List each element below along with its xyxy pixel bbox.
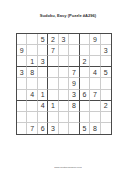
cell-r8c6[interactable] [69, 112, 79, 123]
cell-r6c4[interactable] [48, 90, 58, 101]
cell-r8c2[interactable] [27, 112, 37, 123]
cell-r8c3[interactable] [38, 112, 48, 123]
cell-r9c5[interactable] [59, 123, 69, 134]
cell-r2c2[interactable] [27, 45, 37, 56]
cell-r1c5: 3 [59, 34, 69, 45]
cell-r2c8[interactable] [90, 45, 100, 56]
cell-r7c4: 1 [48, 101, 58, 112]
cell-r6c6: 3 [69, 90, 79, 101]
cell-r8c9[interactable] [101, 112, 111, 123]
cell-r5c1[interactable] [17, 78, 27, 89]
cell-r3c4[interactable] [48, 56, 58, 67]
cell-r9c7: 5 [80, 123, 90, 134]
cell-r2c3[interactable] [38, 45, 48, 56]
sudoku-board: 523997313238745941367418276358 [16, 33, 112, 135]
cell-r6c8: 7 [90, 90, 100, 101]
cell-r1c3: 5 [38, 34, 48, 45]
cell-r5c6: 9 [69, 78, 79, 89]
cell-r3c5[interactable] [59, 56, 69, 67]
cell-r7c8[interactable] [90, 101, 100, 112]
cell-r8c7[interactable] [80, 112, 90, 123]
cell-r2c6[interactable] [69, 45, 79, 56]
cell-r6c2: 4 [27, 90, 37, 101]
cell-r8c1[interactable] [17, 112, 27, 123]
cell-r9c9[interactable] [101, 123, 111, 134]
page-title: Sudoku, Easy (Puzzle #A296) [22, 14, 114, 18]
cell-r8c8[interactable] [90, 112, 100, 123]
cell-r7c6: 8 [69, 101, 79, 112]
cell-r7c5[interactable] [59, 101, 69, 112]
cell-r4c7[interactable] [80, 67, 90, 78]
cell-r5c5[interactable] [59, 78, 69, 89]
cell-r1c9[interactable] [101, 34, 111, 45]
cell-r7c1[interactable] [17, 101, 27, 112]
cell-r4c5[interactable] [59, 67, 69, 78]
cell-r9c2: 7 [27, 123, 37, 134]
cell-r6c9[interactable] [101, 90, 111, 101]
cell-r8c5[interactable] [59, 112, 69, 123]
cell-r3c7: 2 [80, 56, 90, 67]
cell-r4c8: 4 [90, 67, 100, 78]
cell-r1c2[interactable] [27, 34, 37, 45]
cell-r7c9: 2 [101, 101, 111, 112]
cell-r2c9: 3 [101, 45, 111, 56]
cell-r7c2[interactable] [27, 101, 37, 112]
cell-r9c6[interactable] [69, 123, 79, 134]
cell-r2c1: 9 [17, 45, 27, 56]
cell-r6c7: 6 [80, 90, 90, 101]
cell-r9c1[interactable] [17, 123, 27, 134]
cell-r2c5[interactable] [59, 45, 69, 56]
cell-r5c8[interactable] [90, 78, 100, 89]
cell-r3c3: 3 [38, 56, 48, 67]
cell-r4c4[interactable] [48, 67, 58, 78]
cell-r9c8: 8 [90, 123, 100, 134]
cell-r4c2: 8 [27, 67, 37, 78]
cell-r2c7[interactable] [80, 45, 90, 56]
cell-r2c4: 7 [48, 45, 58, 56]
cell-r1c1[interactable] [17, 34, 27, 45]
cell-r5c2[interactable] [27, 78, 37, 89]
cell-r6c5[interactable] [59, 90, 69, 101]
cell-r3c8[interactable] [90, 56, 100, 67]
cell-r9c4: 3 [48, 123, 58, 134]
cell-r4c1: 3 [17, 67, 27, 78]
cell-r5c9[interactable] [101, 78, 111, 89]
cell-r1c8: 9 [90, 34, 100, 45]
cell-r4c3[interactable] [38, 67, 48, 78]
cell-r1c6[interactable] [69, 34, 79, 45]
cell-r7c7[interactable] [80, 101, 90, 112]
cell-r3c6[interactable] [69, 56, 79, 67]
cell-r4c9: 5 [101, 67, 111, 78]
cell-r3c9[interactable] [101, 56, 111, 67]
cell-r6c3: 1 [38, 90, 48, 101]
footer-url: www.printmysudoku.com [34, 166, 102, 169]
sudoku-sheet: Sudoku, Easy (Puzzle #A296) 523997313238… [0, 0, 136, 176]
cell-r1c4: 2 [48, 34, 58, 45]
cell-r5c7[interactable] [80, 78, 90, 89]
cell-r5c4[interactable] [48, 78, 58, 89]
cell-r1c7[interactable] [80, 34, 90, 45]
cell-r4c6: 7 [69, 67, 79, 78]
cell-r3c2: 1 [27, 56, 37, 67]
cell-r7c3: 4 [38, 101, 48, 112]
cell-r9c3: 6 [38, 123, 48, 134]
cell-r3c1[interactable] [17, 56, 27, 67]
cell-r8c4[interactable] [48, 112, 58, 123]
cell-r6c1[interactable] [17, 90, 27, 101]
cell-r5c3[interactable] [38, 78, 48, 89]
